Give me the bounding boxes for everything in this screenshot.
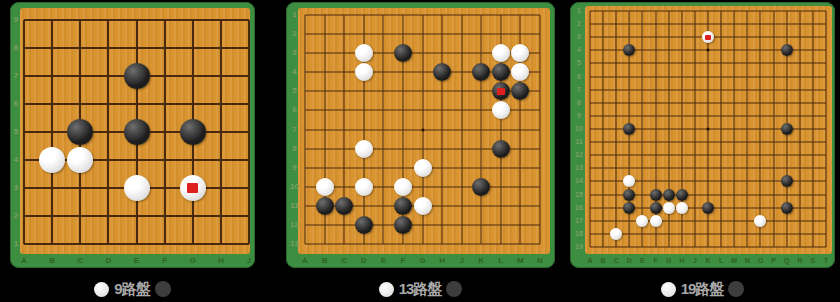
row-label: 3 [570, 33, 588, 41]
row-label: 7 [570, 86, 588, 94]
stone-white-C4[interactable] [67, 147, 93, 173]
black-stone-icon [728, 281, 744, 297]
row-label: 3 [286, 49, 303, 57]
col-label: Q [784, 254, 789, 267]
stone-black-G15[interactable] [663, 189, 675, 201]
stone-white-G3[interactable] [180, 175, 206, 201]
hoshi-dot [707, 128, 710, 131]
row-label: 12 [286, 221, 303, 229]
go-board-19x19[interactable]: 12345678910111213141516171819 ABCDEFGHJK… [570, 2, 835, 268]
col-label: H [439, 254, 445, 267]
caption-13x13: 13路盤 [286, 276, 555, 302]
row-label: 6 [286, 106, 303, 114]
grid-line [826, 11, 827, 247]
row-labels-9x9: 987654321 [10, 20, 23, 244]
stone-white-G16[interactable] [663, 202, 675, 214]
row-label: 3 [10, 184, 22, 192]
stone-white-D14[interactable] [623, 175, 635, 187]
stone-black-D10[interactable] [623, 123, 635, 135]
caption-19x19: 19路盤 [570, 276, 835, 302]
grid-line [305, 224, 540, 225]
stone-white-H16[interactable] [676, 202, 688, 214]
stone-black-B11[interactable] [316, 197, 334, 215]
stone-black-F3[interactable] [394, 44, 412, 62]
col-label: N [745, 254, 750, 267]
row-label: 10 [286, 183, 303, 191]
stone-black-Q14[interactable] [781, 175, 793, 187]
stone-white-F10[interactable] [394, 178, 412, 196]
row-label: 19 [570, 243, 588, 251]
col-label: F [653, 254, 657, 267]
row-label: 1 [286, 11, 303, 19]
stone-black-L5[interactable] [492, 82, 510, 100]
grid-line [734, 11, 735, 247]
grid-line [799, 11, 800, 247]
row-label: 4 [10, 156, 22, 164]
grid-line [590, 168, 826, 169]
row-label: 5 [286, 87, 303, 95]
col-label: B [49, 254, 55, 267]
hoshi-dot [707, 49, 710, 52]
stone-black-C11[interactable] [335, 197, 353, 215]
grid-line [305, 186, 540, 187]
row-label: 14 [570, 177, 588, 185]
stone-white-M3[interactable] [511, 44, 529, 62]
row-label: 12 [570, 151, 588, 159]
grid-line [773, 11, 774, 247]
grid-line [590, 142, 826, 143]
stone-white-O17[interactable] [754, 215, 766, 227]
stone-white-C18[interactable] [610, 228, 622, 240]
row-label: 9 [570, 112, 588, 120]
row-label: 5 [10, 128, 22, 136]
col-label: D [361, 254, 367, 267]
stone-black-H15[interactable] [676, 189, 688, 201]
col-label: L [498, 254, 503, 267]
board-grid-9x9[interactable] [24, 20, 249, 244]
stone-black-G5[interactable] [180, 119, 206, 145]
stone-white-D3[interactable] [355, 44, 373, 62]
col-labels-19x19: ABCDEFGHJKLMNOPQRST [590, 254, 826, 267]
col-label: P [771, 254, 776, 267]
row-label: 2 [10, 212, 22, 220]
hoshi-dot [421, 128, 424, 131]
col-label: J [459, 254, 463, 267]
grid-line [812, 11, 813, 247]
white-stone-icon [661, 282, 676, 297]
grid-line [747, 11, 748, 247]
col-label: H [218, 254, 224, 267]
grid-line [481, 15, 482, 244]
stone-white-G11[interactable] [414, 197, 432, 215]
col-label: M [731, 254, 737, 267]
board-grid-13x13[interactable] [305, 15, 540, 244]
stone-black-E7[interactable] [124, 63, 150, 89]
col-label: S [811, 254, 816, 267]
stone-black-C5[interactable] [67, 119, 93, 145]
stone-black-Q16[interactable] [781, 202, 793, 214]
row-label: 13 [286, 240, 303, 248]
stone-black-K16[interactable] [702, 202, 714, 214]
stone-black-M5[interactable] [511, 82, 529, 100]
col-label: C [614, 254, 619, 267]
grid-line [590, 220, 826, 221]
col-label: H [679, 254, 684, 267]
grid-line [540, 15, 541, 244]
stone-black-D12[interactable] [355, 216, 373, 234]
stone-black-L4[interactable] [492, 63, 510, 81]
col-label: A [587, 254, 592, 267]
stone-black-Q10[interactable] [781, 123, 793, 135]
stone-black-E5[interactable] [124, 119, 150, 145]
stone-white-L3[interactable] [492, 44, 510, 62]
col-label: C [77, 254, 83, 267]
col-label: G [190, 254, 196, 267]
caption-9x9: 9路盤 [10, 276, 255, 302]
board-grid-19x19[interactable] [590, 11, 826, 247]
go-board-13x13[interactable]: 12345678910111213 ABCDEFGHJKLMN [286, 2, 555, 268]
col-label: A [302, 254, 308, 267]
row-label: 5 [570, 59, 588, 67]
col-label: G [666, 254, 671, 267]
stone-white-E3[interactable] [124, 175, 150, 201]
stone-white-D4[interactable] [355, 63, 373, 81]
col-label: L [719, 254, 723, 267]
row-label: 8 [286, 145, 303, 153]
white-stone-icon [379, 282, 394, 297]
stone-black-D16[interactable] [623, 202, 635, 214]
col-label: R [797, 254, 802, 267]
stone-white-F17[interactable] [650, 215, 662, 227]
grid-line [590, 233, 826, 234]
stone-white-D8[interactable] [355, 140, 373, 158]
grid-line [721, 11, 722, 247]
row-label: 1 [570, 7, 588, 15]
row-label: 4 [286, 68, 303, 76]
white-stone-icon [94, 282, 109, 297]
col-labels-9x9: ABCDEFGHJ [24, 254, 249, 267]
col-label: J [693, 254, 697, 267]
stone-white-D10[interactable] [355, 178, 373, 196]
grid-line [590, 247, 826, 248]
stone-black-D4[interactable] [623, 44, 635, 56]
stone-black-F15[interactable] [650, 189, 662, 201]
row-label: 11 [570, 138, 588, 146]
row-label: 9 [286, 164, 303, 172]
col-label: D [627, 254, 632, 267]
col-label: J [247, 254, 251, 267]
row-label: 9 [10, 16, 22, 24]
stone-white-E17[interactable] [636, 215, 648, 227]
col-label: F [162, 254, 167, 267]
col-label: B [601, 254, 606, 267]
stone-black-Q4[interactable] [781, 44, 793, 56]
grid-line [442, 15, 443, 244]
col-label: D [105, 254, 111, 267]
grid-line [461, 15, 462, 244]
col-label: E [640, 254, 645, 267]
grid-line [590, 155, 826, 156]
go-board-9x9[interactable]: 987654321 ABCDEFGHJ [10, 2, 255, 268]
grid-line [760, 11, 761, 247]
caption-label-19x19: 19路盤 [681, 280, 724, 299]
row-label: 10 [570, 125, 588, 133]
row-labels-13x13: 12345678910111213 [286, 15, 304, 244]
col-label: B [322, 254, 328, 267]
col-label: G [419, 254, 425, 267]
stone-white-B10[interactable] [316, 178, 334, 196]
row-label: 13 [570, 164, 588, 172]
row-label: 2 [286, 30, 303, 38]
col-label: T [824, 254, 828, 267]
row-label: 16 [570, 204, 588, 212]
row-label: 15 [570, 191, 588, 199]
row-label: 8 [570, 99, 588, 107]
grid-line [248, 20, 250, 244]
col-label: E [134, 254, 139, 267]
stone-black-L8[interactable] [492, 140, 510, 158]
black-stone-icon [155, 281, 171, 297]
row-label: 11 [286, 202, 303, 210]
row-label: 4 [570, 46, 588, 54]
stone-black-F16[interactable] [650, 202, 662, 214]
col-label: O [758, 254, 763, 267]
stone-white-L6[interactable] [492, 101, 510, 119]
row-label: 2 [570, 20, 588, 28]
row-label: 1 [10, 240, 22, 248]
black-stone-icon [446, 281, 462, 297]
row-label: 17 [570, 217, 588, 225]
stone-black-K4[interactable] [472, 63, 490, 81]
col-label: C [341, 254, 347, 267]
stone-black-F12[interactable] [394, 216, 412, 234]
col-label: N [537, 254, 543, 267]
col-label: K [478, 254, 484, 267]
stone-white-K3[interactable] [702, 31, 714, 43]
row-label: 7 [10, 72, 22, 80]
stone-black-D15[interactable] [623, 189, 635, 201]
row-label: 6 [10, 100, 22, 108]
col-labels-13x13: ABCDEFGHJKLMN [305, 254, 540, 267]
grid-line [24, 243, 249, 245]
stone-white-M4[interactable] [511, 63, 529, 81]
col-label: M [517, 254, 524, 267]
stone-black-K10[interactable] [472, 178, 490, 196]
caption-label-9x9: 9路盤 [114, 280, 149, 299]
row-label: 18 [570, 230, 588, 238]
grid-line [24, 215, 249, 217]
row-labels-19x19: 12345678910111213141516171819 [570, 11, 589, 247]
row-label: 7 [286, 126, 303, 134]
grid-line [220, 20, 222, 244]
row-label: 6 [570, 73, 588, 81]
col-label: E [381, 254, 386, 267]
stone-black-F11[interactable] [394, 197, 412, 215]
col-label: F [400, 254, 405, 267]
row-label: 8 [10, 44, 22, 52]
stone-black-H4[interactable] [433, 63, 451, 81]
col-label: A [21, 254, 27, 267]
grid-line [164, 20, 166, 244]
col-label: K [705, 254, 710, 267]
caption-label-13x13: 13路盤 [399, 280, 442, 299]
stone-white-B4[interactable] [39, 147, 65, 173]
grid-line [305, 244, 540, 245]
stone-white-G9[interactable] [414, 159, 432, 177]
